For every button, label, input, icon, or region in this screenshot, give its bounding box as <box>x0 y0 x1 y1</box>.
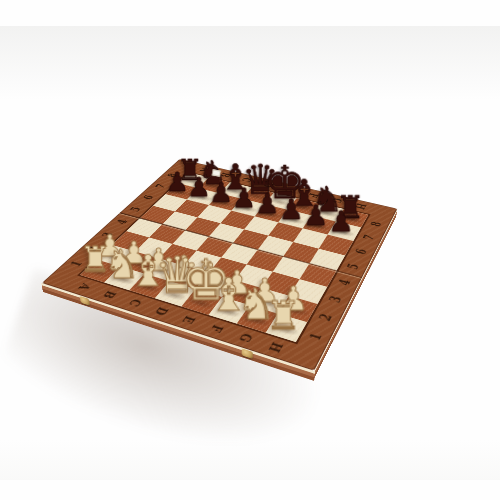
rank-label-right-1: 1 <box>308 331 325 341</box>
rank-label-left-6: 6 <box>142 194 155 200</box>
piece-white-knight-g1: ♞ <box>237 283 269 326</box>
rank-label-left-5: 5 <box>129 206 143 212</box>
rank-label-left-4: 4 <box>116 218 130 225</box>
piece-black-pawn-b7: ♟ <box>187 174 212 201</box>
piece-black-pawn-e7: ♟ <box>255 190 281 218</box>
file-label-bottom-h: H <box>265 341 284 354</box>
file-label-bottom-b: B <box>100 289 117 299</box>
rank-label-right-7: 7 <box>363 234 377 241</box>
piece-black-pawn-h7: ♟ <box>328 208 355 237</box>
rank-label-right-2: 2 <box>318 312 334 322</box>
product-photo: ♜♞♝♛♚♝♞♜♟♟♟♟♟♟♟♟♟♟♟♟♟♟♟♟♜♞♝♛♚♝♞♜ AA88BB7… <box>0 0 500 500</box>
rank-label-right-5: 5 <box>346 262 361 270</box>
piece-black-pawn-d7: ♟ <box>231 185 256 212</box>
piece-white-bishop-f1: ♝ <box>209 272 240 317</box>
file-label-bottom-d: D <box>152 306 170 317</box>
brass-clasp-2 <box>241 348 252 359</box>
rank-label-right-6: 6 <box>355 248 369 256</box>
file-label-bottom-a: A <box>76 282 93 291</box>
piece-white-rook-h1: ♜ <box>266 296 298 335</box>
piece-black-pawn-g7: ♟ <box>303 202 329 230</box>
file-label-bottom-c: C <box>126 298 143 308</box>
brass-clasp-1 <box>80 296 90 306</box>
file-label-bottom-g: G <box>236 332 254 344</box>
piece-black-pawn-c7: ♟ <box>209 180 234 207</box>
file-label-bottom-e: E <box>179 314 196 324</box>
scene: ♜♞♝♛♚♝♞♜♟♟♟♟♟♟♟♟♟♟♟♟♟♟♟♟♜♞♝♛♚♝♞♜ AA88BB7… <box>100 110 366 376</box>
square-h1: ♜ <box>266 314 307 342</box>
rank-label-right-4: 4 <box>338 278 353 286</box>
rank-label-right-3: 3 <box>328 295 344 304</box>
piece-white-king-e1: ♚ <box>181 253 212 309</box>
rank-label-right-8: 8 <box>370 221 383 228</box>
file-label-bottom-f: F <box>208 323 225 333</box>
background-gradient-top <box>0 26 500 100</box>
piece-black-pawn-f7: ♟ <box>278 196 304 224</box>
